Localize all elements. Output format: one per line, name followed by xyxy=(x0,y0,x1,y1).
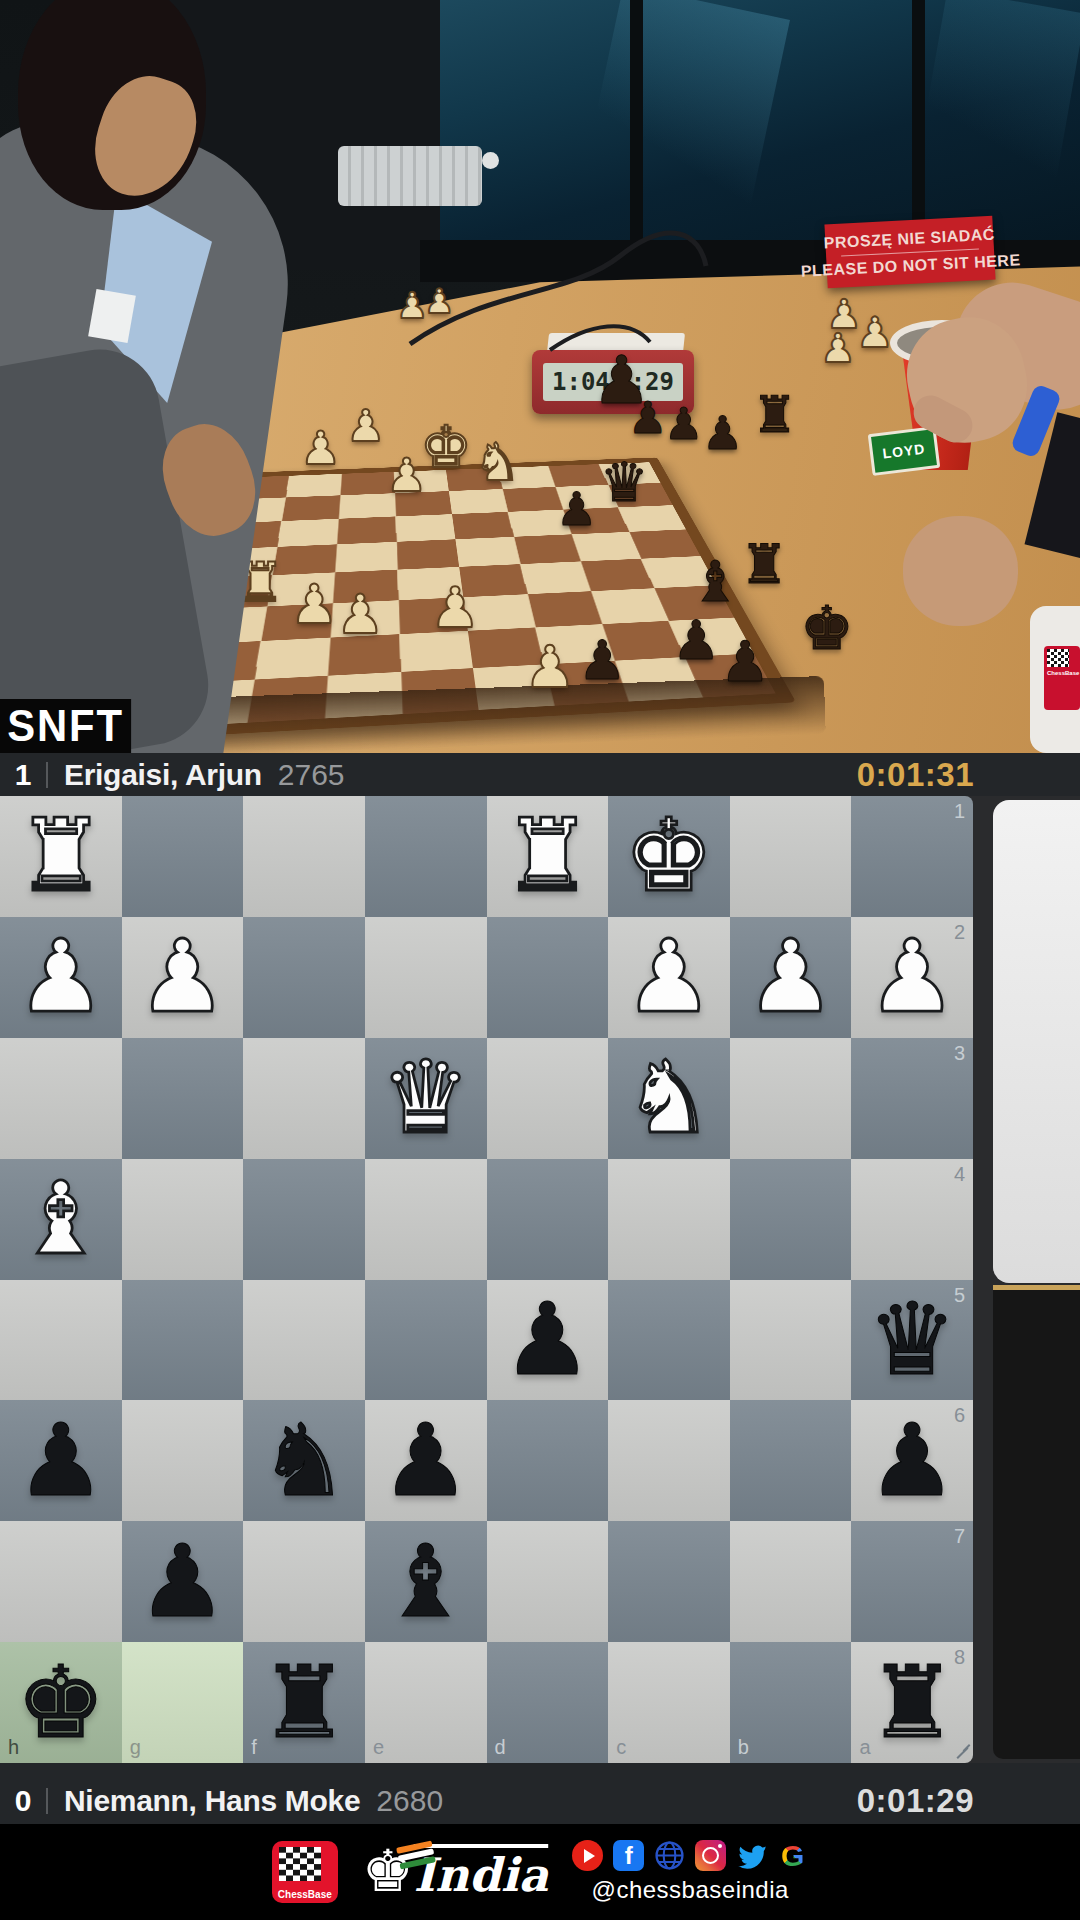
google-icon xyxy=(777,1840,808,1871)
square-e2[interactable] xyxy=(365,917,487,1038)
facebook-icon xyxy=(613,1840,644,1871)
bottom-player-bar: 0 Niemann, Hans Moke 2680 0:01:29 xyxy=(0,1763,1080,1824)
panel-dark-area xyxy=(993,1290,1080,1759)
square-g4[interactable] xyxy=(122,1159,244,1280)
square-a3[interactable]: 3 xyxy=(851,1038,973,1159)
file-label-e: e xyxy=(373,1736,384,1759)
rank-label-3: 3 xyxy=(954,1042,965,1065)
social-handle: @chessbaseindia xyxy=(592,1876,789,1904)
instagram-icon xyxy=(695,1840,726,1871)
square-a7[interactable]: 7 xyxy=(851,1521,973,1642)
square-a1[interactable]: 1 xyxy=(851,796,973,917)
square-g1[interactable] xyxy=(122,796,244,917)
square-e1[interactable] xyxy=(365,796,487,917)
bottom-player-name: Niemann, Hans Moke xyxy=(64,1784,360,1818)
top-player-name: Erigaisi, Arjun xyxy=(64,758,262,792)
photo-piece-white-pawn: ♟ xyxy=(290,578,338,632)
square-f2[interactable] xyxy=(243,917,365,1038)
file-label-b: b xyxy=(738,1736,749,1759)
piece-white-bishop[interactable]: ♝ xyxy=(0,1159,122,1280)
chessbase-india-logo: ♚ India xyxy=(362,1844,548,1899)
photo-piece-white-knight: ♞ xyxy=(474,436,521,488)
teabag-tag: LOYD xyxy=(868,426,941,476)
file-label-c: c xyxy=(616,1736,626,1759)
piece-black-bishop[interactable]: ♝ xyxy=(365,1521,487,1642)
top-player-clock: 0:01:31 xyxy=(857,756,974,794)
square-f7[interactable] xyxy=(243,1521,365,1642)
square-h2[interactable]: ♟ xyxy=(0,917,122,1038)
board-resize-handle[interactable] xyxy=(952,1742,970,1760)
rank-label-2: 2 xyxy=(954,921,965,944)
window-mullion xyxy=(630,0,643,248)
piece-white-pawn[interactable]: ♟ xyxy=(0,917,122,1038)
square-d1[interactable]: ♜ xyxy=(487,796,609,917)
rank-label-5: 5 xyxy=(954,1284,965,1307)
square-c8[interactable]: c xyxy=(608,1642,730,1763)
piece-black-pawn[interactable]: ♟ xyxy=(0,1400,122,1521)
square-b3[interactable] xyxy=(730,1038,852,1159)
square-h5[interactable] xyxy=(0,1280,122,1401)
square-e7[interactable]: ♝ xyxy=(365,1521,487,1642)
square-a2[interactable]: ♟2 xyxy=(851,917,973,1038)
twitter-icon xyxy=(736,1840,767,1871)
teabag-label: LOYD xyxy=(882,440,927,461)
chess-board[interactable]: ♜♜♚1♟♟♟♟♟2♛♞3♝4♟♛5♟♞♟♟6♟♝7♚hg♜fedcb♜8a xyxy=(0,796,973,1763)
square-c3[interactable]: ♞ xyxy=(608,1038,730,1159)
square-e5[interactable] xyxy=(365,1280,487,1401)
square-b4[interactable] xyxy=(730,1159,852,1280)
photo-piece-black-rook: ♜ xyxy=(740,538,788,592)
piece-white-pawn[interactable]: ♟ xyxy=(730,917,852,1038)
square-a5[interactable]: ♛5 xyxy=(851,1280,973,1401)
chessbase-sleeve-patch: ChessBase xyxy=(1044,646,1080,710)
photo-section: E SIADAĆ OT SIT HERE PROSZĘ NIE SIADAĆ P… xyxy=(0,0,1080,753)
photo-piece-white-pawn: ♟ xyxy=(336,588,384,642)
square-d6[interactable] xyxy=(487,1400,609,1521)
board-section: ♜♜♚1♟♟♟♟♟2♛♞3♝4♟♛5♟♞♟♟6♟♝7♚hg♜fedcb♜8a xyxy=(0,796,1080,1763)
notation-panel xyxy=(993,800,1080,1283)
square-c6[interactable] xyxy=(608,1400,730,1521)
piece-black-pawn[interactable]: ♟ xyxy=(487,1280,609,1401)
photo-piece-white-pawn: ♟ xyxy=(430,580,480,636)
social-icons xyxy=(572,1840,808,1871)
photo-piece-black-pawn: ♟ xyxy=(702,410,743,456)
square-a4[interactable]: 4 xyxy=(851,1159,973,1280)
piece-white-rook[interactable]: ♜ xyxy=(487,796,609,917)
square-d3[interactable] xyxy=(487,1038,609,1159)
square-h6[interactable]: ♟ xyxy=(0,1400,122,1521)
square-h8[interactable]: ♚h xyxy=(0,1642,122,1763)
square-f8[interactable]: ♜f xyxy=(243,1642,365,1763)
chessbase-logo: ChessBase xyxy=(272,1841,338,1903)
square-b2[interactable]: ♟ xyxy=(730,917,852,1038)
square-b7[interactable] xyxy=(730,1521,852,1642)
piece-white-king[interactable]: ♚ xyxy=(608,796,730,917)
piece-black-rook[interactable]: ♜ xyxy=(243,1642,365,1763)
square-d2[interactable] xyxy=(487,917,609,1038)
square-a6[interactable]: ♟6 xyxy=(851,1400,973,1521)
chessbase-checker-icon xyxy=(279,1847,321,1881)
square-e6[interactable]: ♟ xyxy=(365,1400,487,1521)
piece-white-queen[interactable]: ♛ xyxy=(365,1038,487,1159)
piece-white-pawn[interactable]: ♟ xyxy=(122,917,244,1038)
rank-label-1: 1 xyxy=(954,800,965,823)
photo-piece-black-king: ♚ xyxy=(800,598,854,658)
square-d4[interactable] xyxy=(487,1159,609,1280)
sign-text: PLEASE DO NOT SIT HERE xyxy=(800,251,1021,280)
square-c5[interactable] xyxy=(608,1280,730,1401)
square-b5[interactable] xyxy=(730,1280,852,1401)
square-g6[interactable] xyxy=(122,1400,244,1521)
square-g5[interactable] xyxy=(122,1280,244,1401)
divider xyxy=(46,1788,48,1814)
square-h7[interactable] xyxy=(0,1521,122,1642)
rank-label-6: 6 xyxy=(954,1404,965,1427)
square-c2[interactable]: ♟ xyxy=(608,917,730,1038)
window-mullion xyxy=(912,0,925,248)
square-b8[interactable]: b xyxy=(730,1642,852,1763)
photo-piece-black-pawn: ♟ xyxy=(672,614,720,668)
rank-label-7: 7 xyxy=(954,1525,965,1548)
file-label-a: a xyxy=(859,1736,870,1759)
file-label-g: g xyxy=(130,1736,141,1759)
square-g3[interactable] xyxy=(122,1038,244,1159)
footer: ChessBase ♚ India xyxy=(0,1824,1080,1920)
square-g8[interactable]: g xyxy=(122,1642,244,1763)
piece-white-pawn[interactable]: ♟ xyxy=(608,917,730,1038)
square-f3[interactable] xyxy=(243,1038,365,1159)
photo-piece-white-pawn: ♟ xyxy=(820,328,856,368)
photo-piece-white-pawn: ♟ xyxy=(386,452,427,498)
photo-piece-black-queen: ♛ xyxy=(600,456,648,510)
bottom-player-rating: 2680 xyxy=(376,1784,443,1818)
chessbase-checker-icon xyxy=(1047,649,1069,667)
top-player-rating: 2765 xyxy=(278,758,345,792)
file-label-h: h xyxy=(8,1736,19,1759)
square-d7[interactable] xyxy=(487,1521,609,1642)
square-b6[interactable] xyxy=(730,1400,852,1521)
chessbase-logo-label: ChessBase xyxy=(272,1889,338,1900)
square-g7[interactable]: ♟ xyxy=(122,1521,244,1642)
square-e8[interactable]: e xyxy=(365,1642,487,1763)
photo-piece-black-bishop: ♝ xyxy=(690,554,740,610)
square-c7[interactable] xyxy=(608,1521,730,1642)
stream-caption-badge: SNFT xyxy=(0,699,131,753)
photo-piece-white-pawn: ♟ xyxy=(346,404,385,448)
photo-piece-white-pawn: ♟ xyxy=(424,284,454,318)
file-label-f: f xyxy=(251,1736,257,1759)
rank-label-8: 8 xyxy=(954,1646,965,1669)
square-d8[interactable]: d xyxy=(487,1642,609,1763)
youtube-icon xyxy=(572,1840,603,1871)
patch-label: ChessBase xyxy=(1047,670,1077,676)
rank-label-4: 4 xyxy=(954,1163,965,1186)
piece-white-knight[interactable]: ♞ xyxy=(608,1038,730,1159)
right-player-fist xyxy=(903,516,1018,626)
photo-piece-white-king: ♚ xyxy=(420,418,472,476)
piece-black-pawn[interactable]: ♟ xyxy=(122,1521,244,1642)
piece-black-knight[interactable]: ♞ xyxy=(243,1400,365,1521)
divider xyxy=(46,762,48,788)
bottom-player-score: 0 xyxy=(0,1784,46,1818)
bottom-player-clock: 0:01:29 xyxy=(857,1782,974,1820)
photo-piece-white-pawn: ♟ xyxy=(524,638,576,696)
photo-piece-white-pawn: ♟ xyxy=(300,425,341,471)
square-b1[interactable] xyxy=(730,796,852,917)
top-player-score: 1 xyxy=(0,758,46,792)
photo-piece-white-pawn: ♟ xyxy=(856,312,894,354)
square-g2[interactable]: ♟ xyxy=(122,917,244,1038)
square-h4[interactable]: ♝ xyxy=(0,1159,122,1280)
square-f1[interactable] xyxy=(243,796,365,917)
square-d5[interactable]: ♟ xyxy=(487,1280,609,1401)
photo-piece-black-pawn: ♟ xyxy=(556,486,597,532)
glass-reflection xyxy=(915,0,1080,201)
top-player-bar: 1 Erigaisi, Arjun 2765 0:01:31 xyxy=(0,753,1080,796)
social-block: @chessbaseindia xyxy=(572,1840,808,1904)
do-not-sit-sign-right: PROSZĘ NIE SIADAĆ PLEASE DO NOT SIT HERE xyxy=(824,216,995,289)
square-f6[interactable]: ♞ xyxy=(243,1400,365,1521)
piece-black-pawn[interactable]: ♟ xyxy=(365,1400,487,1521)
file-label-d: d xyxy=(495,1736,506,1759)
photo-piece-black-pawn: ♟ xyxy=(578,634,626,688)
piece-white-rook[interactable]: ♜ xyxy=(0,796,122,917)
photo-piece-black-pawn: ♟ xyxy=(664,402,703,446)
square-h1[interactable]: ♜ xyxy=(0,796,122,917)
radiator-knob xyxy=(482,152,499,169)
photo-piece-black-rook: ♜ xyxy=(752,390,797,440)
square-c1[interactable]: ♚ xyxy=(608,796,730,917)
square-a8[interactable]: ♜8a xyxy=(851,1642,973,1763)
globe-icon xyxy=(654,1840,685,1871)
square-e3[interactable]: ♛ xyxy=(365,1038,487,1159)
square-h3[interactable] xyxy=(0,1038,122,1159)
square-f4[interactable] xyxy=(243,1159,365,1280)
square-f5[interactable] xyxy=(243,1280,365,1401)
square-c4[interactable] xyxy=(608,1159,730,1280)
photo-piece-black-pawn: ♟ xyxy=(592,348,651,414)
left-player-badge xyxy=(88,289,136,343)
photo-piece-black-pawn: ♟ xyxy=(720,634,770,690)
square-e4[interactable] xyxy=(365,1159,487,1280)
radiator xyxy=(338,146,482,206)
